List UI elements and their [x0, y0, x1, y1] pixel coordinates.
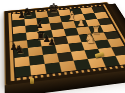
chess-set-photo: ♚♟♞♝♜♟♟♟♞♝♟♞♜	[0, 0, 125, 93]
chess-board	[4, 2, 125, 86]
square-d1	[59, 61, 76, 72]
square-c8	[35, 11, 48, 18]
square-a1	[15, 66, 31, 78]
square-c2	[43, 53, 59, 64]
square-e6	[62, 21, 76, 29]
square-b3	[28, 46, 43, 56]
brass-foot-icon	[30, 78, 34, 84]
square-d7	[48, 16, 62, 23]
square-b1	[30, 64, 47, 76]
